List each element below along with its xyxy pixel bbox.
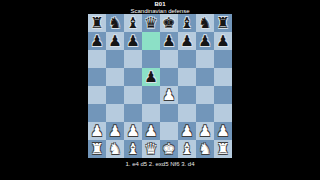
square-b6[interactable]: [106, 50, 124, 68]
square-g1[interactable]: ♞: [196, 140, 214, 158]
square-h2[interactable]: ♟: [214, 122, 232, 140]
square-a2[interactable]: ♟: [88, 122, 106, 140]
square-g7[interactable]: ♟: [196, 32, 214, 50]
square-f5[interactable]: [178, 68, 196, 86]
square-a1[interactable]: ♜: [88, 140, 106, 158]
piece-black-bishop: ♝: [124, 14, 142, 32]
square-d2[interactable]: ♟: [142, 122, 160, 140]
square-b4[interactable]: [106, 86, 124, 104]
square-f2[interactable]: ♟: [178, 122, 196, 140]
square-c1[interactable]: ♝: [124, 140, 142, 158]
piece-white-knight: ♞: [196, 140, 214, 158]
piece-black-pawn: ♟: [214, 32, 232, 50]
piece-black-queen: ♛: [142, 14, 160, 32]
square-c6[interactable]: [124, 50, 142, 68]
square-h8[interactable]: ♜: [214, 14, 232, 32]
square-g5[interactable]: [196, 68, 214, 86]
piece-black-pawn: ♟: [178, 32, 196, 50]
piece-white-pawn: ♟: [160, 86, 178, 104]
square-g6[interactable]: [196, 50, 214, 68]
square-g4[interactable]: [196, 86, 214, 104]
piece-black-bishop: ♝: [178, 14, 196, 32]
square-d5[interactable]: ♟: [142, 68, 160, 86]
piece-white-bishop: ♝: [178, 140, 196, 158]
square-g3[interactable]: [196, 104, 214, 122]
piece-white-pawn: ♟: [196, 122, 214, 140]
move-caption: 1. e4 d5 2. exd5 Nf6 3. d4: [0, 160, 320, 168]
piece-black-pawn: ♟: [88, 32, 106, 50]
square-f1[interactable]: ♝: [178, 140, 196, 158]
square-c8[interactable]: ♝: [124, 14, 142, 32]
square-h3[interactable]: [214, 104, 232, 122]
square-d1[interactable]: ♛: [142, 140, 160, 158]
chess-board: ♜♞♝♛♚♝♞♜♟♟♟♟♟♟♟♟♟♟♟♟♟♟♟♟♜♞♝♛♚♝♞♜: [88, 14, 232, 158]
square-d4[interactable]: [142, 86, 160, 104]
piece-white-queen: ♛: [142, 140, 160, 158]
square-a8[interactable]: ♜: [88, 14, 106, 32]
square-f4[interactable]: [178, 86, 196, 104]
piece-black-knight: ♞: [106, 14, 124, 32]
square-d6[interactable]: [142, 50, 160, 68]
piece-white-pawn: ♟: [124, 122, 142, 140]
square-e5[interactable]: [160, 68, 178, 86]
piece-white-rook: ♜: [88, 140, 106, 158]
square-c7[interactable]: ♟: [124, 32, 142, 50]
square-e1[interactable]: ♚: [160, 140, 178, 158]
square-d8[interactable]: ♛: [142, 14, 160, 32]
square-b5[interactable]: [106, 68, 124, 86]
square-h6[interactable]: [214, 50, 232, 68]
square-e8[interactable]: ♚: [160, 14, 178, 32]
piece-black-king: ♚: [160, 14, 178, 32]
piece-black-pawn: ♟: [124, 32, 142, 50]
square-c3[interactable]: [124, 104, 142, 122]
square-c2[interactable]: ♟: [124, 122, 142, 140]
square-c4[interactable]: [124, 86, 142, 104]
square-h5[interactable]: [214, 68, 232, 86]
square-e6[interactable]: [160, 50, 178, 68]
piece-white-rook: ♜: [214, 140, 232, 158]
piece-black-pawn: ♟: [106, 32, 124, 50]
piece-black-knight: ♞: [196, 14, 214, 32]
square-a4[interactable]: [88, 86, 106, 104]
square-c5[interactable]: [124, 68, 142, 86]
piece-white-king: ♚: [160, 140, 178, 158]
square-e2[interactable]: [160, 122, 178, 140]
piece-white-pawn: ♟: [106, 122, 124, 140]
square-h4[interactable]: [214, 86, 232, 104]
square-e3[interactable]: [160, 104, 178, 122]
square-b1[interactable]: ♞: [106, 140, 124, 158]
square-e7[interactable]: ♟: [160, 32, 178, 50]
square-f6[interactable]: [178, 50, 196, 68]
piece-white-pawn: ♟: [178, 122, 196, 140]
piece-white-pawn: ♟: [88, 122, 106, 140]
square-b2[interactable]: ♟: [106, 122, 124, 140]
title-block: B01 Scandinavian defense: [0, 1, 320, 14]
square-d3[interactable]: [142, 104, 160, 122]
square-a7[interactable]: ♟: [88, 32, 106, 50]
video-frame: B01 Scandinavian defense ♜♞♝♛♚♝♞♜♟♟♟♟♟♟♟…: [0, 0, 320, 180]
square-h7[interactable]: ♟: [214, 32, 232, 50]
piece-white-knight: ♞: [106, 140, 124, 158]
square-g8[interactable]: ♞: [196, 14, 214, 32]
piece-white-pawn: ♟: [142, 122, 160, 140]
square-e4[interactable]: ♟: [160, 86, 178, 104]
square-b3[interactable]: [106, 104, 124, 122]
piece-black-rook: ♜: [88, 14, 106, 32]
piece-black-pawn: ♟: [196, 32, 214, 50]
square-b8[interactable]: ♞: [106, 14, 124, 32]
square-b7[interactable]: ♟: [106, 32, 124, 50]
square-g2[interactable]: ♟: [196, 122, 214, 140]
eco-code: B01: [0, 1, 320, 7]
square-a5[interactable]: [88, 68, 106, 86]
square-f8[interactable]: ♝: [178, 14, 196, 32]
piece-black-pawn: ♟: [160, 32, 178, 50]
square-d7[interactable]: [142, 32, 160, 50]
piece-white-pawn: ♟: [214, 122, 232, 140]
square-a3[interactable]: [88, 104, 106, 122]
square-h1[interactable]: ♜: [214, 140, 232, 158]
square-a6[interactable]: [88, 50, 106, 68]
square-f3[interactable]: [178, 104, 196, 122]
piece-white-bishop: ♝: [124, 140, 142, 158]
piece-black-rook: ♜: [214, 14, 232, 32]
piece-black-pawn: ♟: [142, 68, 160, 86]
square-f7[interactable]: ♟: [178, 32, 196, 50]
